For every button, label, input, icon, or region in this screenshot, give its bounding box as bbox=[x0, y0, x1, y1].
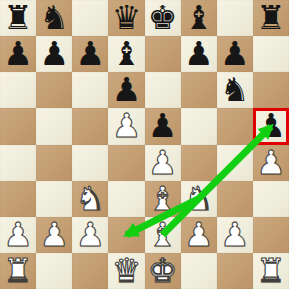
square-d7[interactable]: ♝ bbox=[108, 36, 144, 72]
white-pawn-icon: ♟ bbox=[148, 145, 178, 181]
square-e7[interactable] bbox=[145, 36, 181, 72]
black-rook-icon: ♜ bbox=[256, 0, 286, 36]
black-knight-icon: ♞ bbox=[220, 72, 250, 108]
square-g2[interactable]: ♟ bbox=[217, 217, 253, 253]
square-e8[interactable]: ♚ bbox=[145, 0, 181, 36]
square-c7[interactable]: ♟ bbox=[72, 36, 108, 72]
square-g6[interactable]: ♞ bbox=[217, 72, 253, 108]
black-pawn-icon: ♟ bbox=[112, 72, 142, 108]
square-d1[interactable]: ♛ bbox=[108, 253, 144, 289]
black-rook-icon: ♜ bbox=[3, 0, 33, 36]
square-c1[interactable] bbox=[72, 253, 108, 289]
square-b4[interactable] bbox=[36, 145, 72, 181]
square-g8[interactable] bbox=[217, 0, 253, 36]
square-g7[interactable]: ♟ bbox=[217, 36, 253, 72]
square-e3[interactable]: ♝ bbox=[145, 181, 181, 217]
square-g3[interactable] bbox=[217, 181, 253, 217]
square-h8[interactable]: ♜ bbox=[253, 0, 289, 36]
white-pawn-icon: ♟ bbox=[39, 217, 69, 253]
chess-board-window: ♜♞♛♚♝♜♟♟♟♝♟♟♟♞♟♟♟♟♟♞♝♞♟♟♟♝♟♟♜♛♚♜ bbox=[0, 0, 289, 289]
square-d4[interactable] bbox=[108, 145, 144, 181]
square-b6[interactable] bbox=[36, 72, 72, 108]
white-bishop-icon: ♝ bbox=[148, 217, 178, 253]
square-a4[interactable] bbox=[0, 145, 36, 181]
black-knight-icon: ♞ bbox=[39, 0, 69, 36]
square-f5[interactable] bbox=[181, 108, 217, 144]
square-h5[interactable]: ♟ bbox=[253, 108, 289, 144]
square-a6[interactable] bbox=[0, 72, 36, 108]
square-g4[interactable] bbox=[217, 145, 253, 181]
square-d2[interactable] bbox=[108, 217, 144, 253]
square-h2[interactable] bbox=[253, 217, 289, 253]
square-h7[interactable] bbox=[253, 36, 289, 72]
square-b1[interactable] bbox=[36, 253, 72, 289]
square-c8[interactable] bbox=[72, 0, 108, 36]
white-rook-icon: ♜ bbox=[3, 253, 33, 289]
square-g5[interactable] bbox=[217, 108, 253, 144]
square-d8[interactable]: ♛ bbox=[108, 0, 144, 36]
square-d6[interactable]: ♟ bbox=[108, 72, 144, 108]
square-e1[interactable]: ♚ bbox=[145, 253, 181, 289]
square-b7[interactable]: ♟ bbox=[36, 36, 72, 72]
square-f3[interactable]: ♞ bbox=[181, 181, 217, 217]
black-pawn-icon: ♟ bbox=[39, 36, 69, 72]
square-b5[interactable] bbox=[36, 108, 72, 144]
square-a3[interactable] bbox=[0, 181, 36, 217]
square-c4[interactable] bbox=[72, 145, 108, 181]
white-pawn-icon: ♟ bbox=[76, 217, 106, 253]
black-pawn-icon: ♟ bbox=[3, 36, 33, 72]
white-bishop-icon: ♝ bbox=[148, 181, 178, 217]
square-a5[interactable] bbox=[0, 108, 36, 144]
black-pawn-icon: ♟ bbox=[220, 36, 250, 72]
square-h1[interactable]: ♜ bbox=[253, 253, 289, 289]
black-pawn-icon: ♟ bbox=[148, 108, 178, 144]
square-a7[interactable]: ♟ bbox=[0, 36, 36, 72]
square-b8[interactable]: ♞ bbox=[36, 0, 72, 36]
square-c5[interactable] bbox=[72, 108, 108, 144]
square-f7[interactable]: ♟ bbox=[181, 36, 217, 72]
white-rook-icon: ♜ bbox=[256, 253, 286, 289]
white-pawn-icon: ♟ bbox=[112, 108, 142, 144]
square-f8[interactable]: ♝ bbox=[181, 0, 217, 36]
square-f6[interactable] bbox=[181, 72, 217, 108]
square-f1[interactable] bbox=[181, 253, 217, 289]
square-h4[interactable]: ♟ bbox=[253, 145, 289, 181]
square-e2[interactable]: ♝ bbox=[145, 217, 181, 253]
white-pawn-icon: ♟ bbox=[256, 145, 286, 181]
white-queen-icon: ♛ bbox=[112, 253, 142, 289]
square-f2[interactable]: ♟ bbox=[181, 217, 217, 253]
square-h3[interactable] bbox=[253, 181, 289, 217]
black-bishop-icon: ♝ bbox=[112, 36, 142, 72]
black-pawn-icon: ♟ bbox=[184, 36, 214, 72]
white-pawn-icon: ♟ bbox=[220, 217, 250, 253]
square-g1[interactable] bbox=[217, 253, 253, 289]
white-pawn-icon: ♟ bbox=[184, 217, 214, 253]
square-d3[interactable] bbox=[108, 181, 144, 217]
white-knight-icon: ♞ bbox=[76, 181, 106, 217]
white-king-icon: ♚ bbox=[148, 253, 178, 289]
square-a2[interactable]: ♟ bbox=[0, 217, 36, 253]
black-pawn-icon: ♟ bbox=[76, 36, 106, 72]
square-h6[interactable] bbox=[253, 72, 289, 108]
square-b3[interactable] bbox=[36, 181, 72, 217]
black-queen-icon: ♛ bbox=[112, 0, 142, 36]
square-b2[interactable]: ♟ bbox=[36, 217, 72, 253]
square-e4[interactable]: ♟ bbox=[145, 145, 181, 181]
square-c3[interactable]: ♞ bbox=[72, 181, 108, 217]
white-pawn-icon: ♟ bbox=[3, 217, 33, 253]
square-f4[interactable] bbox=[181, 145, 217, 181]
square-e5[interactable]: ♟ bbox=[145, 108, 181, 144]
square-c6[interactable] bbox=[72, 72, 108, 108]
black-bishop-icon: ♝ bbox=[184, 0, 214, 36]
square-c2[interactable]: ♟ bbox=[72, 217, 108, 253]
square-a8[interactable]: ♜ bbox=[0, 0, 36, 36]
square-e6[interactable] bbox=[145, 72, 181, 108]
chess-board: ♜♞♛♚♝♜♟♟♟♝♟♟♟♞♟♟♟♟♟♞♝♞♟♟♟♝♟♟♜♛♚♜ bbox=[0, 0, 289, 289]
black-king-icon: ♚ bbox=[148, 0, 178, 36]
white-knight-icon: ♞ bbox=[184, 181, 214, 217]
square-d5[interactable]: ♟ bbox=[108, 108, 144, 144]
square-a1[interactable]: ♜ bbox=[0, 253, 36, 289]
black-pawn-icon: ♟ bbox=[256, 108, 286, 144]
